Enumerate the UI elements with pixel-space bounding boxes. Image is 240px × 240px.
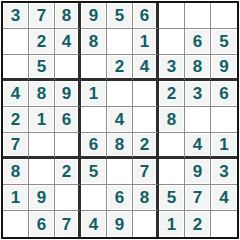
cell-r7c1[interactable]: 8 bbox=[3, 159, 29, 185]
cell-r4c1[interactable]: 4 bbox=[3, 81, 29, 107]
cell-r2c1[interactable] bbox=[3, 29, 29, 55]
cell-r5c4[interactable] bbox=[81, 107, 107, 133]
cell-r9c2[interactable]: 6 bbox=[29, 211, 55, 237]
cell-r7c8[interactable]: 9 bbox=[185, 159, 211, 185]
cell-r3c4[interactable] bbox=[81, 55, 107, 81]
cell-r6c9[interactable]: 1 bbox=[211, 133, 237, 159]
cell-r7c4[interactable]: 5 bbox=[81, 159, 107, 185]
cell-r1c4[interactable]: 9 bbox=[81, 3, 107, 29]
cell-r5c8[interactable] bbox=[185, 107, 211, 133]
cell-r5c2[interactable]: 1 bbox=[29, 107, 55, 133]
cell-r6c4[interactable]: 6 bbox=[81, 133, 107, 159]
cell-r8c8[interactable]: 7 bbox=[185, 185, 211, 211]
cell-r4c3[interactable]: 9 bbox=[55, 81, 81, 107]
cell-r7c3[interactable]: 2 bbox=[55, 159, 81, 185]
cell-r5c6[interactable] bbox=[133, 107, 159, 133]
cell-r3c2[interactable]: 5 bbox=[29, 55, 55, 81]
cell-r5c3[interactable]: 6 bbox=[55, 107, 81, 133]
cell-r9c1[interactable] bbox=[3, 211, 29, 237]
cell-r4c2[interactable]: 8 bbox=[29, 81, 55, 107]
cell-r8c1[interactable]: 1 bbox=[3, 185, 29, 211]
cell-r8c3[interactable] bbox=[55, 185, 81, 211]
cell-r1c5[interactable]: 5 bbox=[107, 3, 133, 29]
cell-r9c6[interactable] bbox=[133, 211, 159, 237]
cell-r1c7[interactable] bbox=[159, 3, 185, 29]
cell-r1c8[interactable] bbox=[185, 3, 211, 29]
cell-r9c8[interactable]: 2 bbox=[185, 211, 211, 237]
cell-r2c7[interactable] bbox=[159, 29, 185, 55]
cell-r4c4[interactable]: 1 bbox=[81, 81, 107, 107]
cell-r4c6[interactable] bbox=[133, 81, 159, 107]
cell-r1c2[interactable]: 7 bbox=[29, 3, 55, 29]
cell-r3c7[interactable]: 3 bbox=[159, 55, 185, 81]
cell-r9c3[interactable]: 7 bbox=[55, 211, 81, 237]
cell-r9c5[interactable]: 9 bbox=[107, 211, 133, 237]
cell-r6c2[interactable] bbox=[29, 133, 55, 159]
cell-r2c2[interactable]: 2 bbox=[29, 29, 55, 55]
cell-r6c7[interactable] bbox=[159, 133, 185, 159]
cell-r4c7[interactable]: 2 bbox=[159, 81, 185, 107]
cell-r4c5[interactable] bbox=[107, 81, 133, 107]
cell-r1c6[interactable]: 6 bbox=[133, 3, 159, 29]
cell-r3c1[interactable] bbox=[3, 55, 29, 81]
cell-r3c6[interactable]: 4 bbox=[133, 55, 159, 81]
cell-r2c3[interactable]: 4 bbox=[55, 29, 81, 55]
cell-r7c9[interactable]: 3 bbox=[211, 159, 237, 185]
cell-r3c9[interactable]: 9 bbox=[211, 55, 237, 81]
cell-r5c9[interactable] bbox=[211, 107, 237, 133]
cell-r6c1[interactable]: 7 bbox=[3, 133, 29, 159]
cell-r8c7[interactable]: 5 bbox=[159, 185, 185, 211]
cell-r8c2[interactable]: 9 bbox=[29, 185, 55, 211]
cell-r9c9[interactable] bbox=[211, 211, 237, 237]
cell-r6c8[interactable]: 4 bbox=[185, 133, 211, 159]
cell-r2c4[interactable]: 8 bbox=[81, 29, 107, 55]
cell-r2c6[interactable]: 1 bbox=[133, 29, 159, 55]
cell-r9c7[interactable]: 1 bbox=[159, 211, 185, 237]
cell-r6c5[interactable]: 8 bbox=[107, 133, 133, 159]
cell-r6c3[interactable] bbox=[55, 133, 81, 159]
cell-r8c5[interactable]: 6 bbox=[107, 185, 133, 211]
cell-r1c3[interactable]: 8 bbox=[55, 3, 81, 29]
cell-r1c9[interactable] bbox=[211, 3, 237, 29]
sudoku-board: 3789562481655243894891236216487682418257… bbox=[1, 1, 239, 239]
cell-r4c9[interactable]: 6 bbox=[211, 81, 237, 107]
cell-r5c1[interactable]: 2 bbox=[3, 107, 29, 133]
cell-r2c9[interactable]: 5 bbox=[211, 29, 237, 55]
cell-r8c9[interactable]: 4 bbox=[211, 185, 237, 211]
cell-r3c8[interactable]: 8 bbox=[185, 55, 211, 81]
cell-r5c5[interactable]: 4 bbox=[107, 107, 133, 133]
cell-r7c2[interactable] bbox=[29, 159, 55, 185]
cell-r7c6[interactable]: 7 bbox=[133, 159, 159, 185]
sudoku-page: 3789562481655243894891236216487682418257… bbox=[0, 0, 240, 240]
cell-r3c5[interactable]: 2 bbox=[107, 55, 133, 81]
cell-r4c8[interactable]: 3 bbox=[185, 81, 211, 107]
cell-r7c5[interactable] bbox=[107, 159, 133, 185]
cell-r9c4[interactable]: 4 bbox=[81, 211, 107, 237]
cell-r7c7[interactable] bbox=[159, 159, 185, 185]
cell-r8c4[interactable] bbox=[81, 185, 107, 211]
cell-r2c8[interactable]: 6 bbox=[185, 29, 211, 55]
cell-r5c7[interactable]: 8 bbox=[159, 107, 185, 133]
cell-r6c6[interactable]: 2 bbox=[133, 133, 159, 159]
cell-r3c3[interactable] bbox=[55, 55, 81, 81]
cell-r8c6[interactable]: 8 bbox=[133, 185, 159, 211]
cell-r1c1[interactable]: 3 bbox=[3, 3, 29, 29]
cell-r2c5[interactable] bbox=[107, 29, 133, 55]
